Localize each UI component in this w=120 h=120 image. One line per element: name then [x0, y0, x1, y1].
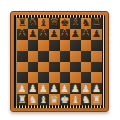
square-d7[interactable]: ♟	[49, 29, 60, 40]
square-h8[interactable]: ♜	[91, 18, 102, 29]
square-b7[interactable]: ♟	[28, 29, 39, 40]
square-g3[interactable]	[81, 72, 92, 83]
square-c4[interactable]	[38, 62, 49, 73]
square-b1[interactable]: ♞	[28, 94, 39, 105]
square-b6[interactable]	[28, 40, 39, 51]
square-e3[interactable]	[60, 72, 71, 83]
square-b8[interactable]: ♞	[28, 18, 39, 29]
square-f1[interactable]: ♝	[70, 94, 81, 105]
square-b4[interactable]	[28, 62, 39, 73]
square-a8[interactable]: ♜	[17, 18, 28, 29]
black-king-piece: ♚	[60, 18, 69, 28]
black-pawn-piece: ♟	[18, 29, 27, 39]
white-knight-piece: ♞	[82, 94, 91, 104]
square-a1[interactable]: ♜	[17, 94, 28, 105]
square-c7[interactable]: ♟	[38, 29, 49, 40]
square-e2[interactable]: ♟	[60, 83, 71, 94]
square-h3[interactable]	[91, 72, 102, 83]
white-rook-piece: ♜	[18, 94, 27, 104]
square-f7[interactable]: ♟	[70, 29, 81, 40]
square-f4[interactable]	[70, 62, 81, 73]
square-g4[interactable]	[81, 62, 92, 73]
square-g1[interactable]: ♞	[81, 94, 92, 105]
square-a7[interactable]: ♟	[17, 29, 28, 40]
black-pawn-piece: ♟	[82, 29, 91, 39]
white-rook-piece: ♜	[92, 94, 101, 104]
white-bishop-piece: ♝	[39, 94, 48, 104]
white-queen-piece: ♛	[50, 94, 59, 104]
white-pawn-piece: ♟	[39, 83, 48, 93]
board-squares: ♜♞♝♛♚♝♞♜♟♟♟♟♟♟♟♟♟♟♟♟♟♟♟♟♜♞♝♛♚♝♞♜	[17, 18, 102, 105]
chess-board: ♜♞♝♛♚♝♞♜♟♟♟♟♟♟♟♟♟♟♟♟♟♟♟♟♜♞♝♛♚♝♞♜	[10, 11, 109, 112]
square-a6[interactable]	[17, 40, 28, 51]
square-e8[interactable]: ♚	[60, 18, 71, 29]
square-h4[interactable]	[91, 62, 102, 73]
black-knight-piece: ♞	[28, 18, 37, 28]
white-pawn-piece: ♟	[60, 83, 69, 93]
square-f6[interactable]	[70, 40, 81, 51]
square-e6[interactable]	[60, 40, 71, 51]
square-h5[interactable]	[91, 51, 102, 62]
square-d2[interactable]: ♟	[49, 83, 60, 94]
square-c8[interactable]: ♝	[38, 18, 49, 29]
square-h2[interactable]: ♟	[91, 83, 102, 94]
square-c3[interactable]	[38, 72, 49, 83]
square-d4[interactable]	[49, 62, 60, 73]
square-b3[interactable]	[28, 72, 39, 83]
square-a4[interactable]	[17, 62, 28, 73]
black-bishop-piece: ♝	[39, 18, 48, 28]
square-e7[interactable]: ♟	[60, 29, 71, 40]
square-h6[interactable]	[91, 40, 102, 51]
white-pawn-piece: ♟	[92, 83, 101, 93]
black-pawn-piece: ♟	[39, 29, 48, 39]
square-e1[interactable]: ♚	[60, 94, 71, 105]
white-king-piece: ♚	[60, 94, 69, 104]
black-knight-piece: ♞	[82, 18, 91, 28]
white-bishop-piece: ♝	[71, 94, 80, 104]
white-pawn-piece: ♟	[50, 83, 59, 93]
square-c1[interactable]: ♝	[38, 94, 49, 105]
square-g6[interactable]	[81, 40, 92, 51]
square-d8[interactable]: ♛	[49, 18, 60, 29]
square-d5[interactable]	[49, 51, 60, 62]
white-knight-piece: ♞	[28, 94, 37, 104]
square-a5[interactable]	[17, 51, 28, 62]
square-e4[interactable]	[60, 62, 71, 73]
white-pawn-piece: ♟	[71, 83, 80, 93]
square-f5[interactable]	[70, 51, 81, 62]
black-pawn-piece: ♟	[60, 29, 69, 39]
white-pawn-piece: ♟	[82, 83, 91, 93]
square-b2[interactable]: ♟	[28, 83, 39, 94]
square-e5[interactable]	[60, 51, 71, 62]
square-h7[interactable]: ♟	[91, 29, 102, 40]
square-h1[interactable]: ♜	[91, 94, 102, 105]
square-g8[interactable]: ♞	[81, 18, 92, 29]
square-g7[interactable]: ♟	[81, 29, 92, 40]
black-pawn-piece: ♟	[28, 29, 37, 39]
square-b5[interactable]	[28, 51, 39, 62]
square-f8[interactable]: ♝	[70, 18, 81, 29]
black-pawn-piece: ♟	[50, 29, 59, 39]
white-pawn-piece: ♟	[28, 83, 37, 93]
white-pawn-piece: ♟	[18, 83, 27, 93]
square-f3[interactable]	[70, 72, 81, 83]
black-bishop-piece: ♝	[71, 18, 80, 28]
square-d1[interactable]: ♛	[49, 94, 60, 105]
square-d3[interactable]	[49, 72, 60, 83]
black-rook-piece: ♜	[18, 18, 27, 28]
square-c2[interactable]: ♟	[38, 83, 49, 94]
square-g2[interactable]: ♟	[81, 83, 92, 94]
black-queen-piece: ♛	[50, 18, 59, 28]
square-c6[interactable]	[38, 40, 49, 51]
black-rook-piece: ♜	[92, 18, 101, 28]
black-pawn-piece: ♟	[92, 29, 101, 39]
square-d6[interactable]	[49, 40, 60, 51]
square-f2[interactable]: ♟	[70, 83, 81, 94]
square-c5[interactable]	[38, 51, 49, 62]
black-pawn-piece: ♟	[71, 29, 80, 39]
square-a2[interactable]: ♟	[17, 83, 28, 94]
square-g5[interactable]	[81, 51, 92, 62]
square-a3[interactable]	[17, 72, 28, 83]
